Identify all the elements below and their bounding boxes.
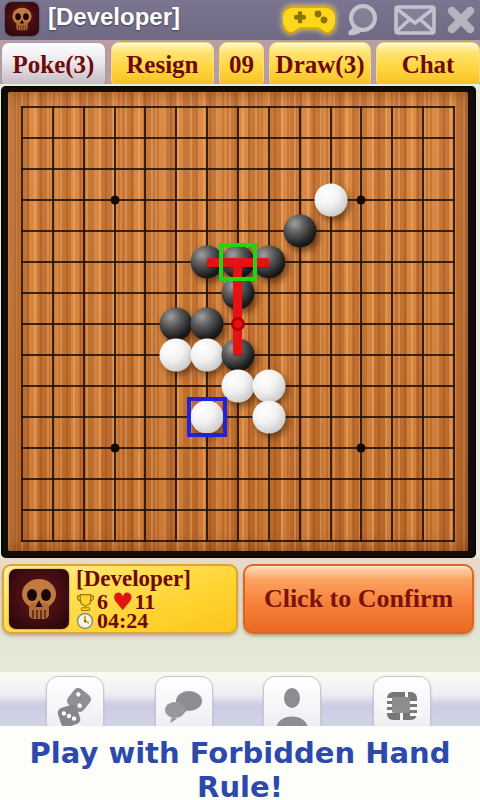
tab-game-table[interactable] bbox=[373, 676, 431, 726]
star-point bbox=[110, 444, 119, 453]
tab-games-dice[interactable] bbox=[46, 676, 104, 726]
clock-icon bbox=[76, 612, 94, 630]
grid-line-horizontal bbox=[21, 540, 455, 542]
chat-button[interactable]: Chat bbox=[376, 42, 480, 88]
confirm-move-button[interactable]: Click to Confirm bbox=[243, 564, 474, 634]
gamepad-icon[interactable] bbox=[283, 3, 335, 37]
grid-line-horizontal bbox=[21, 199, 455, 201]
info-zone: [Developer] 6 ♥ 11 04:2 bbox=[0, 558, 480, 672]
grid-line-horizontal bbox=[21, 168, 455, 170]
stone-black bbox=[160, 308, 193, 341]
chat-bubbles-icon bbox=[162, 688, 206, 726]
chat-bubble-icon[interactable] bbox=[344, 3, 384, 37]
stone-white bbox=[191, 339, 224, 372]
window-title: [Developer] bbox=[48, 3, 180, 31]
banner-text: Play with Forbidden Hand Rule! bbox=[0, 736, 480, 800]
grid-line-horizontal bbox=[21, 106, 455, 108]
star-point bbox=[357, 196, 366, 205]
board-frame bbox=[1, 86, 476, 558]
grid-line-horizontal bbox=[21, 447, 455, 449]
mail-icon[interactable] bbox=[393, 3, 437, 37]
gomoku-board[interactable] bbox=[8, 92, 468, 551]
draw-button[interactable]: Draw(3) bbox=[269, 42, 371, 88]
player-avatar[interactable] bbox=[9, 569, 69, 629]
stone-white bbox=[252, 401, 285, 434]
star-point bbox=[357, 444, 366, 453]
close-icon[interactable] bbox=[446, 3, 476, 37]
person-icon bbox=[272, 686, 312, 726]
dice-icon bbox=[53, 686, 97, 726]
bottom-tab-bar bbox=[0, 672, 480, 726]
last-move-marker-blue bbox=[187, 397, 227, 437]
player-timer: 04:24 bbox=[76, 611, 148, 631]
grid-line-horizontal bbox=[21, 509, 455, 511]
player-panel: [Developer] 6 ♥ 11 04:2 bbox=[2, 564, 238, 634]
header-icon-group bbox=[283, 0, 476, 40]
action-button-row: Poke(3) Resign 09 Draw(3) Chat bbox=[0, 40, 480, 88]
grid-line-horizontal bbox=[21, 137, 455, 139]
stone-black bbox=[191, 308, 224, 341]
grid-line-horizontal bbox=[21, 416, 455, 418]
star-point bbox=[110, 196, 119, 205]
timer-value: 04:24 bbox=[97, 608, 148, 634]
trophy-icon bbox=[76, 593, 95, 612]
skull-icon bbox=[9, 569, 69, 629]
title-bar: [Developer] bbox=[0, 0, 480, 40]
move-number-button[interactable]: 09 bbox=[219, 42, 264, 88]
stone-black bbox=[283, 215, 316, 248]
skull-icon bbox=[5, 2, 39, 36]
last-move-marker-green bbox=[219, 243, 257, 281]
resign-button[interactable]: Resign bbox=[111, 42, 214, 88]
poke-button[interactable]: Poke(3) bbox=[1, 42, 106, 88]
app-screen: [Developer] Poke(3) bbox=[0, 0, 480, 800]
forbidden-gap-ring bbox=[231, 317, 245, 331]
tab-chat[interactable] bbox=[155, 676, 213, 726]
banner-band: Play with Forbidden Hand Rule! bbox=[0, 726, 480, 800]
tab-players[interactable] bbox=[263, 676, 321, 726]
stone-white bbox=[314, 184, 347, 217]
avatar[interactable] bbox=[5, 2, 39, 36]
stone-white bbox=[160, 339, 193, 372]
grid-line-horizontal bbox=[21, 230, 455, 232]
game-table-icon bbox=[380, 689, 424, 726]
stone-white bbox=[252, 370, 285, 403]
grid-line-horizontal bbox=[21, 478, 455, 480]
